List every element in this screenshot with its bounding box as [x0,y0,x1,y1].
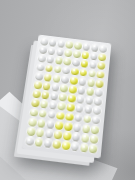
well [72,132,81,141]
well [75,104,84,113]
well [91,44,99,52]
well [45,129,54,138]
well [29,108,38,117]
well [34,81,43,90]
well [81,51,89,59]
well [78,77,86,86]
well [55,57,63,65]
photo [0,0,135,180]
well [54,130,63,139]
well [35,72,44,81]
well [67,94,76,103]
well [44,73,53,82]
well [65,112,74,121]
well [57,102,66,111]
well [84,105,93,114]
well [36,63,45,71]
well [65,41,73,49]
well [46,56,55,64]
well [57,40,65,48]
well [99,45,107,53]
well [71,67,79,75]
well [70,76,78,85]
well [92,116,101,125]
plate-body [21,35,111,159]
well [87,78,95,87]
well [38,109,47,118]
well [91,125,100,134]
well [34,138,43,147]
well-grid [25,38,107,154]
well [53,65,62,73]
well [63,58,71,66]
well [97,62,105,70]
well [98,53,106,61]
well [96,79,104,88]
well [45,64,54,72]
well [47,47,55,55]
well [71,142,80,151]
well [86,87,94,96]
well [31,99,40,108]
well [43,139,52,148]
well [97,71,105,79]
well [89,144,98,153]
well [52,74,61,83]
well [52,140,61,149]
well [49,39,57,47]
well [42,82,51,91]
well [36,128,45,137]
well [51,83,60,92]
well [94,97,102,106]
well [74,114,83,123]
well [40,38,48,46]
well [41,91,50,100]
well [50,92,59,101]
well [89,61,97,69]
well [76,95,85,104]
well [56,48,64,56]
well [93,106,102,115]
well [56,111,65,120]
well [77,86,85,95]
well [62,66,70,74]
well [80,143,89,152]
well [80,60,88,68]
well [27,127,36,136]
well [90,52,98,60]
microplate-96well [21,35,111,159]
well [72,59,80,67]
well [73,123,82,132]
well [90,135,99,144]
well [60,84,69,93]
well [38,55,47,63]
well [83,115,92,124]
well [62,141,71,150]
well [39,46,47,54]
well [95,88,103,97]
well [40,100,49,109]
well [61,75,70,84]
well [74,42,82,50]
well [82,43,90,51]
well [68,85,77,94]
well [28,117,37,126]
well [88,69,96,77]
well [64,49,72,57]
well [46,120,55,129]
well [66,103,75,112]
well [37,118,46,127]
well [47,110,56,119]
well [25,136,34,145]
well [59,93,68,102]
well [81,133,90,142]
well [64,122,73,131]
well [63,131,72,140]
well [49,101,58,110]
well [85,96,94,105]
well [73,50,81,58]
well [79,68,87,76]
well [32,90,41,99]
well [82,124,91,133]
well [55,121,64,130]
